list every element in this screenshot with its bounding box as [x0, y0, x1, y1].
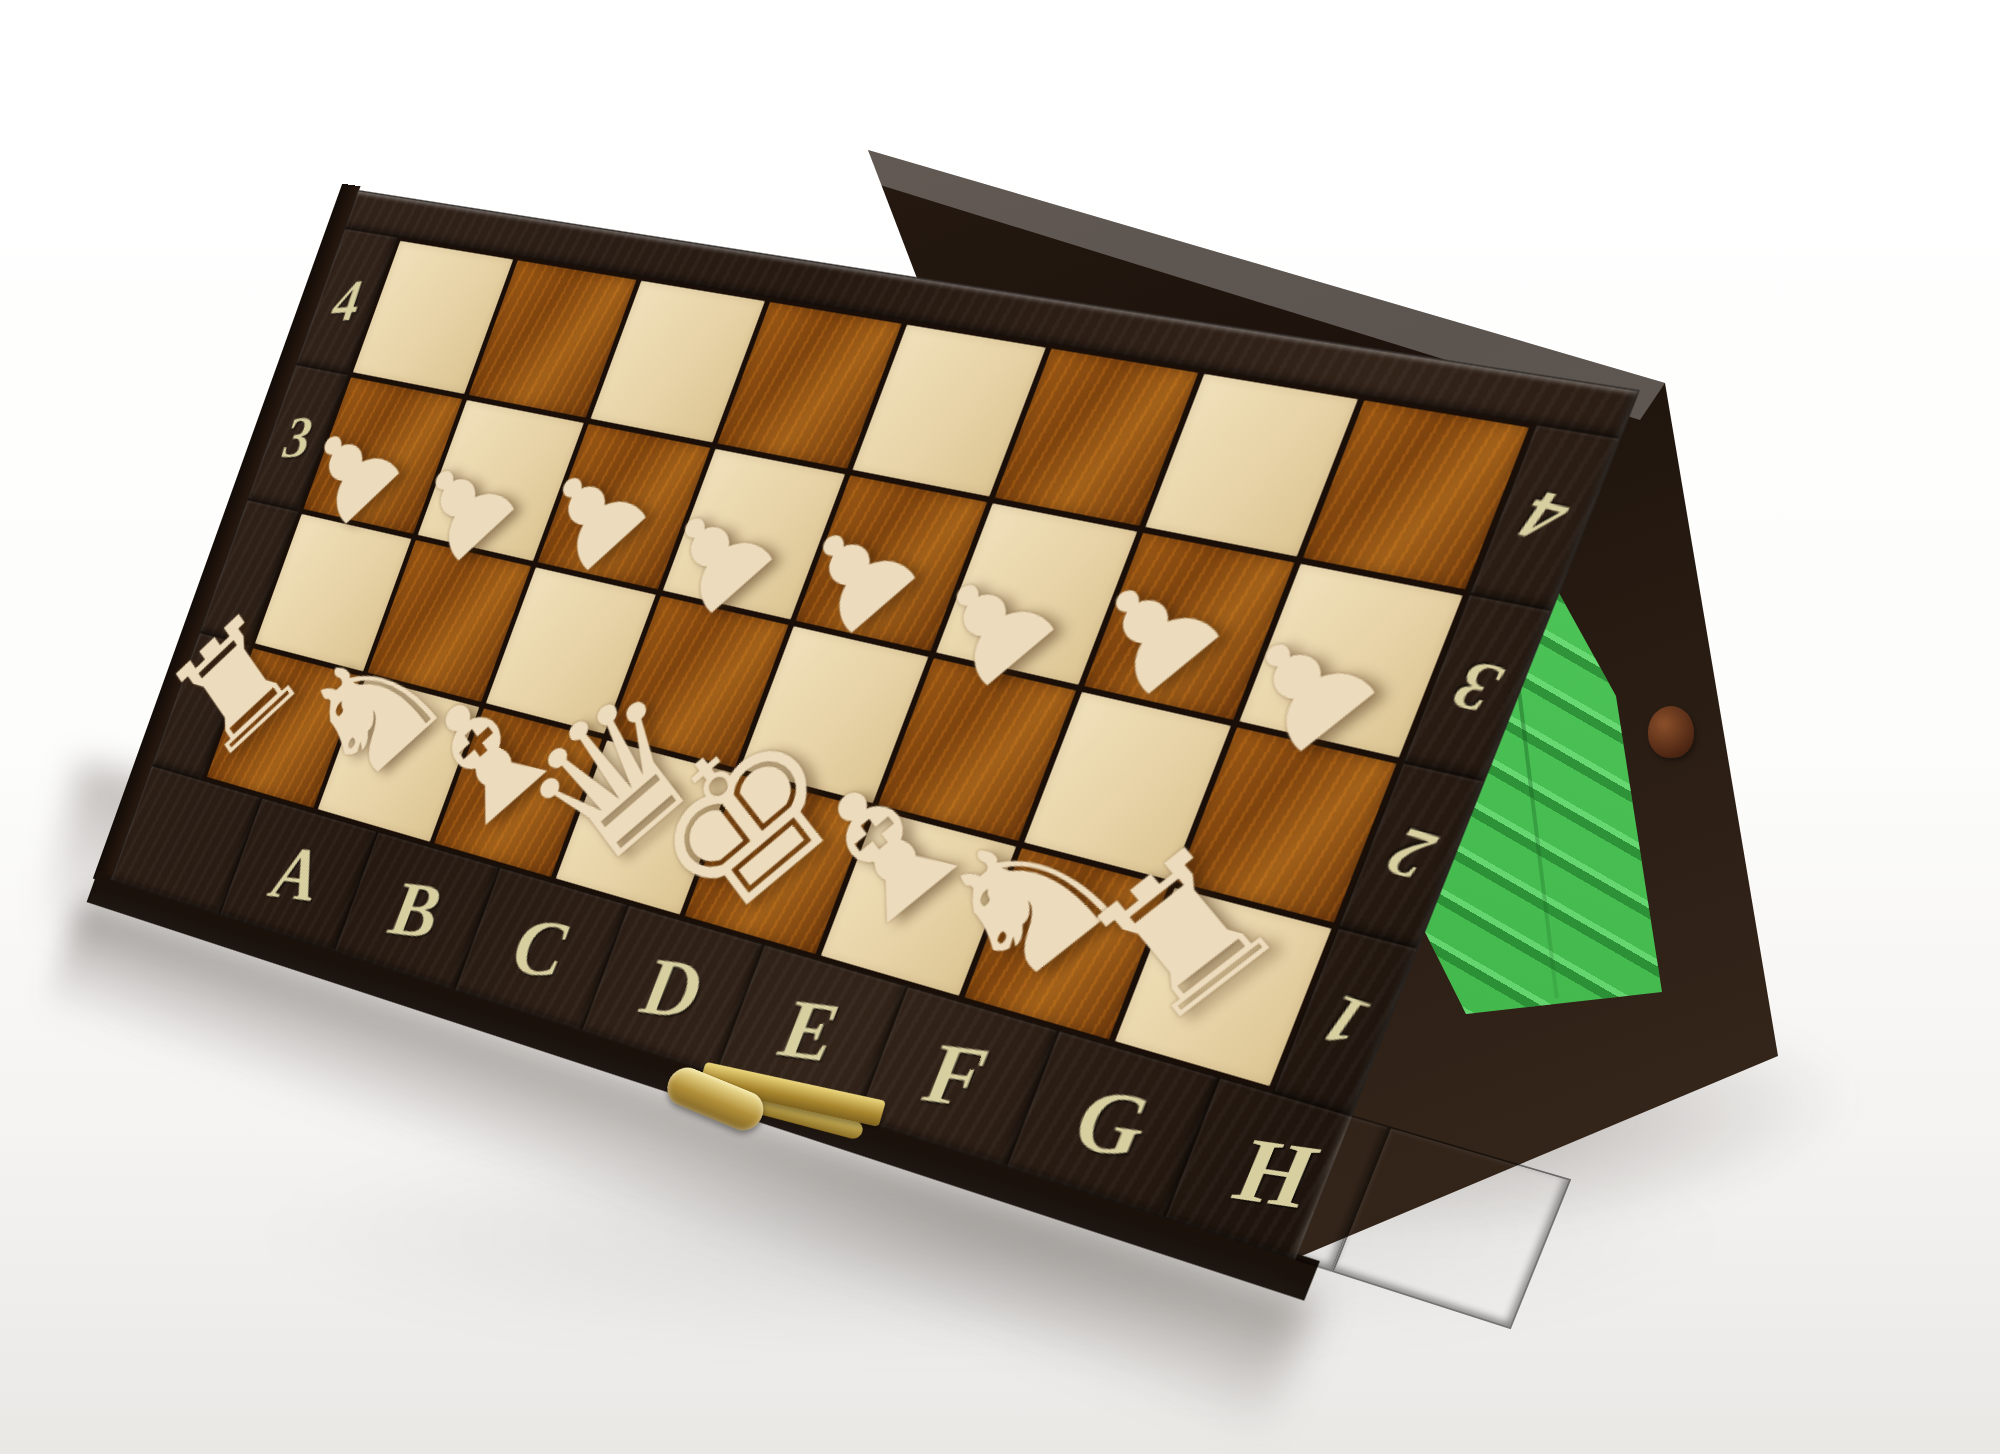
file-label-g: G: [1067, 1067, 1155, 1178]
file-label-f: F: [917, 1022, 996, 1129]
chess-set-photo: 4 3 4 3 2 1 A B C D E F G H ♟♟♟♟♟♟♟♟♜♞♝♛…: [0, 0, 2000, 1454]
rank-label-2r: 2: [1375, 810, 1447, 898]
rank-label-4: 4: [328, 266, 366, 335]
file-label-d: D: [633, 938, 709, 1039]
file-label-h: H: [1226, 1115, 1324, 1231]
rank-label-1r: 1: [1310, 977, 1381, 1065]
file-label-a: A: [266, 828, 329, 920]
rank-label-3r: 3: [1441, 642, 1514, 730]
file-label-b: B: [383, 863, 449, 957]
rank-label-4r: 4: [1508, 472, 1582, 560]
file-label-c: C: [506, 899, 575, 996]
latch-knob[interactable]: [1648, 706, 1694, 758]
